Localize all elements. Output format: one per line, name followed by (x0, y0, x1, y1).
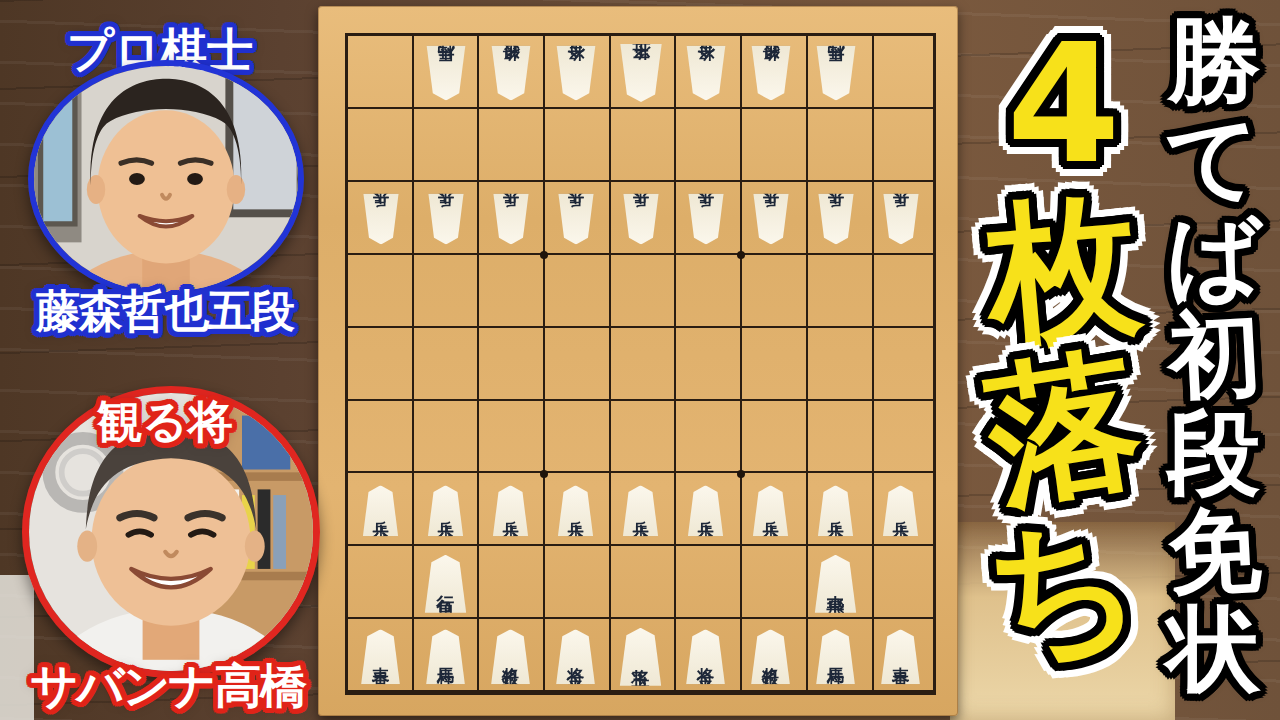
headline-char: 免 (1165, 502, 1263, 600)
avatar-pro-photo (28, 60, 304, 298)
hoshi-dot (737, 251, 745, 259)
headline-char: て (1164, 110, 1264, 208)
headline-subtitle: 勝てば初段免状 (1152, 14, 1276, 695)
headline-char: 落 (977, 342, 1151, 514)
headline-char: 4 (1006, 24, 1120, 186)
hoshi-dot (540, 470, 548, 478)
headline-char: 段 (1168, 406, 1261, 499)
player-name-pro: 藤森哲也五段 (0, 282, 330, 341)
headline-char: ば (1166, 210, 1261, 303)
headline-char: 初 (1165, 306, 1263, 404)
headline-char: 勝 (1168, 14, 1261, 107)
headline-char: 枚 (981, 188, 1146, 351)
headline-handicap: 4枚落ち (966, 24, 1161, 662)
player-name-amateur: サバンナ高橋 (0, 655, 335, 718)
thumbnail: 桂馬銀将金将王将金将銀将桂馬歩兵歩兵歩兵歩兵歩兵歩兵歩兵歩兵歩兵歩兵歩兵歩兵歩兵… (0, 0, 1280, 720)
player-tag-amateur: 観る将 (10, 392, 320, 452)
shogi-board: 桂馬銀将金将王将金将銀将桂馬歩兵歩兵歩兵歩兵歩兵歩兵歩兵歩兵歩兵歩兵歩兵歩兵歩兵… (318, 6, 958, 716)
headline-char: ち (981, 506, 1147, 667)
hoshi-dot (737, 470, 745, 478)
headline-char: 状 (1168, 602, 1261, 695)
hoshi-dot (540, 251, 548, 259)
